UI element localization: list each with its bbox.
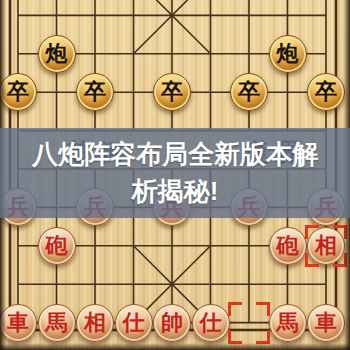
red-piece-仕[interactable]: 仕	[115, 304, 153, 342]
move-source-marker	[228, 302, 270, 344]
red-piece-車[interactable]: 車	[307, 304, 345, 342]
red-piece-馬[interactable]: 馬	[269, 304, 307, 342]
red-piece-砲[interactable]: 砲	[38, 227, 76, 265]
red-piece-帥[interactable]: 帥	[153, 304, 191, 342]
red-piece-砲[interactable]: 砲	[269, 227, 307, 265]
black-piece-卒[interactable]: 卒	[76, 73, 114, 111]
red-piece-車[interactable]: 車	[0, 304, 37, 342]
black-piece-炮[interactable]: 炮	[38, 35, 76, 73]
title-line-1: 八炮阵容布局全新版本解	[32, 136, 318, 173]
title-line-2: 析揭秘!	[132, 173, 219, 210]
title-banner: 八炮阵容布局全新版本解 析揭秘!	[0, 128, 350, 218]
black-piece-卒[interactable]: 卒	[153, 73, 191, 111]
xiangqi-board[interactable]: 楚河 漢界 炮炮卒卒卒卒卒兵兵兵兵兵砲砲相車馬相仕帥仕馬車 八炮阵容布局全新版本…	[0, 0, 350, 350]
red-piece-相[interactable]: 相	[307, 227, 345, 265]
red-piece-仕[interactable]: 仕	[192, 304, 230, 342]
black-piece-卒[interactable]: 卒	[307, 73, 345, 111]
black-piece-炮[interactable]: 炮	[269, 35, 307, 73]
red-piece-馬[interactable]: 馬	[38, 304, 76, 342]
red-piece-相[interactable]: 相	[76, 304, 114, 342]
black-piece-卒[interactable]: 卒	[0, 73, 37, 111]
black-piece-卒[interactable]: 卒	[230, 73, 268, 111]
